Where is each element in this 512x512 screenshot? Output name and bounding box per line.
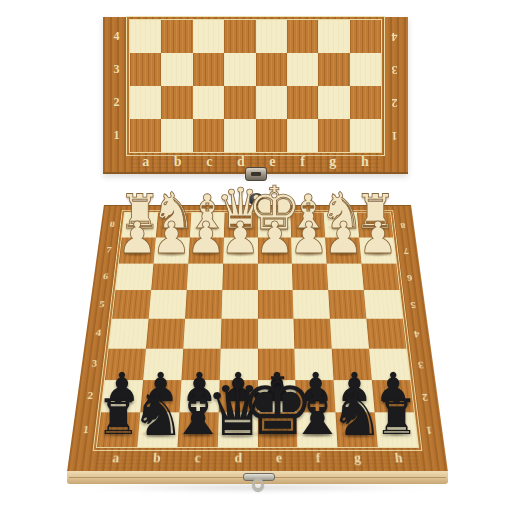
square-d1: [217, 413, 257, 448]
file-label-c: c: [177, 445, 218, 472]
square-d3: [219, 348, 257, 379]
rank-label-6-mirrored: 6: [396, 263, 423, 290]
rank-label-7: 7: [96, 237, 122, 263]
folded-square-b2: [161, 86, 192, 119]
square-g1: [336, 413, 378, 448]
rank-label-3-mirrored: 3: [406, 348, 435, 379]
square-g3: [332, 348, 372, 379]
square-e8: [258, 213, 292, 238]
square-a5: [112, 290, 151, 318]
square-e1: [258, 413, 298, 448]
square-g8: [324, 213, 359, 238]
folded-square-f3: [287, 53, 318, 86]
rank-label-4: 4: [84, 319, 112, 349]
square-b2: [140, 380, 181, 413]
rank-label-4-mirrored: 4: [381, 20, 408, 53]
file-label-a: a: [130, 152, 162, 172]
file-label-e: e: [259, 445, 299, 472]
square-a8: [122, 213, 158, 238]
folded-rank-labels-right: 4321: [381, 20, 408, 152]
folded-square-e3: [256, 53, 287, 86]
folded-square-a4: [130, 20, 161, 53]
rank-label-4: 4: [103, 20, 130, 53]
folded-square-c4: [193, 20, 224, 53]
square-b1: [137, 413, 179, 448]
file-label-h: h: [349, 152, 381, 172]
square-a7: [119, 237, 156, 263]
square-d8: [224, 213, 258, 238]
folded-board-clasp-icon: [245, 167, 267, 181]
file-label-c: c: [194, 152, 225, 172]
square-h2: [372, 380, 414, 413]
folded-board-squares: [130, 20, 381, 152]
folded-square-c1: [193, 119, 224, 152]
folded-board: 4321 4321 abcdefgh: [103, 17, 408, 174]
file-label-f: f: [299, 445, 339, 472]
folded-square-a1: [130, 119, 161, 152]
folded-square-a2: [130, 86, 161, 119]
file-label-b: b: [135, 445, 178, 472]
rank-label-2-mirrored: 2: [381, 86, 408, 119]
hinge-knob-icon: [249, 193, 264, 206]
square-f7: [291, 237, 326, 263]
square-g2: [334, 380, 375, 413]
folded-square-h3: [350, 53, 381, 86]
square-b5: [149, 290, 187, 318]
file-label-h: h: [377, 445, 421, 472]
folded-square-b1: [161, 119, 192, 152]
folded-square-b3: [161, 53, 192, 86]
square-c7: [188, 237, 223, 263]
folded-square-e1: [256, 119, 287, 152]
folded-rank-labels-left: 4321: [103, 20, 130, 152]
rank-label-8-mirrored: 8: [390, 213, 415, 238]
square-c4: [183, 319, 221, 349]
rank-label-7-mirrored: 7: [393, 237, 419, 263]
rank-label-2: 2: [75, 380, 105, 413]
square-e4: [258, 319, 295, 349]
main-board: abcdefgh 87654321 87654321 abcdefgh: [67, 205, 448, 472]
square-c6: [187, 263, 223, 290]
rank-label-1-mirrored: 1: [414, 413, 445, 448]
folded-square-h2: [350, 86, 381, 119]
rank-label-2: 2: [103, 86, 130, 119]
square-a2: [101, 380, 143, 413]
square-g4: [330, 319, 369, 349]
square-e2: [258, 380, 297, 413]
folded-square-f2: [287, 86, 318, 119]
rank-label-1: 1: [103, 119, 130, 152]
square-c1: [177, 413, 218, 448]
square-h8: [357, 213, 393, 238]
square-d5: [221, 290, 257, 318]
square-d4: [220, 319, 257, 349]
file-label-g: g: [317, 152, 349, 172]
square-h6: [362, 263, 400, 290]
folded-square-e4: [256, 20, 287, 53]
square-h5: [364, 290, 403, 318]
front-clasp-ring-icon: [252, 478, 264, 491]
square-f3: [295, 348, 334, 379]
folded-square-g1: [318, 119, 349, 152]
folded-square-f1: [287, 119, 318, 152]
square-f1: [297, 413, 338, 448]
file-label-a: a: [94, 445, 137, 472]
rank-label-3: 3: [80, 348, 109, 379]
square-h1: [375, 413, 418, 448]
file-label-d: d: [217, 445, 259, 472]
square-f6: [292, 263, 328, 290]
rank-label-8: 8: [99, 213, 124, 238]
square-f8: [291, 213, 326, 238]
square-b8: [156, 213, 191, 238]
square-g5: [328, 290, 366, 318]
rank-label-6: 6: [92, 263, 119, 290]
square-g7: [325, 237, 361, 263]
square-e3: [258, 348, 296, 379]
chess-set-photo: 4321 4321 abcdefgh abcdefgh 87654321 876…: [0, 0, 512, 512]
rank-label-5: 5: [88, 290, 115, 318]
square-g6: [327, 263, 364, 290]
square-e7: [258, 237, 293, 263]
rank-label-3-mirrored: 3: [381, 53, 408, 86]
folded-square-g3: [318, 53, 349, 86]
folded-square-b4: [161, 20, 192, 53]
square-a3: [105, 348, 146, 379]
file-label-f: f: [288, 152, 317, 172]
main-file-labels-bottom: abcdefgh: [94, 445, 421, 472]
square-e6: [258, 263, 293, 290]
square-h4: [366, 319, 406, 349]
rank-label-4-mirrored: 4: [403, 319, 431, 349]
square-c2: [179, 380, 219, 413]
square-b6: [151, 263, 188, 290]
file-label-b: b: [162, 152, 194, 172]
file-label-g: g: [337, 445, 380, 472]
folded-square-d2: [224, 86, 255, 119]
folded-square-d1: [224, 119, 255, 152]
square-f5: [293, 290, 330, 318]
folded-square-g2: [318, 86, 349, 119]
square-c3: [181, 348, 220, 379]
folded-square-d4: [224, 20, 255, 53]
square-b4: [146, 319, 185, 349]
rank-label-5-mirrored: 5: [399, 290, 426, 318]
square-a1: [97, 413, 140, 448]
folded-square-h1: [350, 119, 381, 152]
square-c5: [185, 290, 222, 318]
main-board-squares: [97, 213, 418, 448]
square-d6: [222, 263, 257, 290]
square-h3: [369, 348, 410, 379]
square-a6: [116, 263, 154, 290]
folded-square-c2: [193, 86, 224, 119]
square-a4: [109, 319, 149, 349]
folded-square-g4: [318, 20, 349, 53]
folded-square-h4: [350, 20, 381, 53]
square-d7: [223, 237, 258, 263]
folded-square-a3: [130, 53, 161, 86]
square-b3: [143, 348, 183, 379]
rank-label-3: 3: [103, 53, 130, 86]
square-h7: [359, 237, 396, 263]
square-f4: [294, 319, 332, 349]
folded-square-e2: [256, 86, 287, 119]
square-b7: [153, 237, 189, 263]
rank-label-2-mirrored: 2: [410, 380, 440, 413]
folded-square-c3: [193, 53, 224, 86]
rank-label-1-mirrored: 1: [381, 119, 408, 152]
folded-square-d3: [224, 53, 255, 86]
folded-square-f4: [287, 20, 318, 53]
square-e5: [258, 290, 294, 318]
square-c8: [190, 213, 225, 238]
square-f2: [296, 380, 336, 413]
square-d2: [218, 380, 257, 413]
